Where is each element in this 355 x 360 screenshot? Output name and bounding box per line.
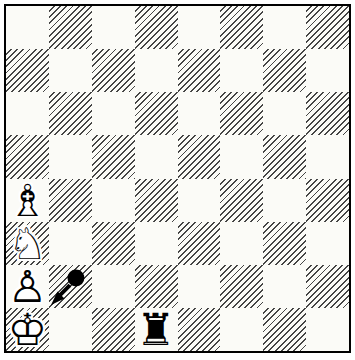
square-b2[interactable]: [49, 265, 92, 308]
square-h8[interactable]: [306, 6, 349, 49]
square-f7[interactable]: [220, 49, 263, 92]
square-d5[interactable]: [135, 135, 178, 178]
square-a5[interactable]: [6, 135, 49, 178]
square-f8[interactable]: [220, 6, 263, 49]
square-h6[interactable]: [306, 92, 349, 135]
square-f5[interactable]: [220, 135, 263, 178]
square-f2[interactable]: [220, 265, 263, 308]
square-b6[interactable]: [49, 92, 92, 135]
square-a2[interactable]: ♟♙: [6, 265, 49, 308]
square-g3[interactable]: [263, 222, 306, 265]
square-g2[interactable]: [263, 265, 306, 308]
marker-arrow-shaft: [60, 285, 70, 295]
square-e4[interactable]: [178, 179, 221, 222]
square-e6[interactable]: [178, 92, 221, 135]
piece-glyph: ♜: [135, 308, 178, 351]
square-d8[interactable]: [135, 6, 178, 49]
square-g6[interactable]: [263, 92, 306, 135]
square-d3[interactable]: [135, 222, 178, 265]
square-a1[interactable]: ♚♔: [6, 308, 49, 351]
square-e5[interactable]: [178, 135, 221, 178]
piece-glyph: ♙: [6, 265, 49, 308]
square-b5[interactable]: [49, 135, 92, 178]
square-f1[interactable]: [220, 308, 263, 351]
piece-glyph: ♔: [6, 308, 49, 351]
square-h1[interactable]: [306, 308, 349, 351]
square-a6[interactable]: [6, 92, 49, 135]
square-c5[interactable]: [92, 135, 135, 178]
square-h7[interactable]: [306, 49, 349, 92]
square-h3[interactable]: [306, 222, 349, 265]
square-c8[interactable]: [92, 6, 135, 49]
square-g4[interactable]: [263, 179, 306, 222]
square-b8[interactable]: [49, 6, 92, 49]
square-b1[interactable]: [49, 308, 92, 351]
white-pawn[interactable]: ♟♙: [6, 265, 49, 308]
square-e7[interactable]: [178, 49, 221, 92]
square-a3[interactable]: ♞♘: [6, 222, 49, 265]
square-g8[interactable]: [263, 6, 306, 49]
square-c1[interactable]: [92, 308, 135, 351]
square-g7[interactable]: [263, 49, 306, 92]
square-a8[interactable]: [6, 6, 49, 49]
white-bishop[interactable]: ♝♗: [6, 179, 49, 222]
square-c2[interactable]: [92, 265, 135, 308]
square-e8[interactable]: [178, 6, 221, 49]
square-h2[interactable]: [306, 265, 349, 308]
black-rook[interactable]: ♜: [135, 308, 178, 351]
square-b3[interactable]: [49, 222, 92, 265]
square-b4[interactable]: [49, 179, 92, 222]
square-h5[interactable]: [306, 135, 349, 178]
chess-board: ♝♗♞♘♟♙♚♔♜: [4, 4, 351, 353]
square-d6[interactable]: [135, 92, 178, 135]
square-f3[interactable]: [220, 222, 263, 265]
ball-arrow-marker: [49, 265, 92, 308]
square-g5[interactable]: [263, 135, 306, 178]
square-c6[interactable]: [92, 92, 135, 135]
square-a7[interactable]: [6, 49, 49, 92]
piece-glyph: ♘: [6, 222, 49, 265]
square-e2[interactable]: [178, 265, 221, 308]
white-king[interactable]: ♚♔: [6, 308, 49, 351]
square-g1[interactable]: [263, 308, 306, 351]
square-d2[interactable]: [135, 265, 178, 308]
square-e1[interactable]: [178, 308, 221, 351]
square-d1[interactable]: ♜: [135, 308, 178, 351]
square-d7[interactable]: [135, 49, 178, 92]
square-a4[interactable]: ♝♗: [6, 179, 49, 222]
square-f6[interactable]: [220, 92, 263, 135]
square-c7[interactable]: [92, 49, 135, 92]
square-d4[interactable]: [135, 179, 178, 222]
marker-ball: [67, 269, 84, 286]
piece-glyph: ♗: [6, 179, 49, 222]
white-knight[interactable]: ♞♘: [6, 222, 49, 265]
square-c4[interactable]: [92, 179, 135, 222]
square-h4[interactable]: [306, 179, 349, 222]
square-f4[interactable]: [220, 179, 263, 222]
square-c3[interactable]: [92, 222, 135, 265]
square-e3[interactable]: [178, 222, 221, 265]
square-b7[interactable]: [49, 49, 92, 92]
